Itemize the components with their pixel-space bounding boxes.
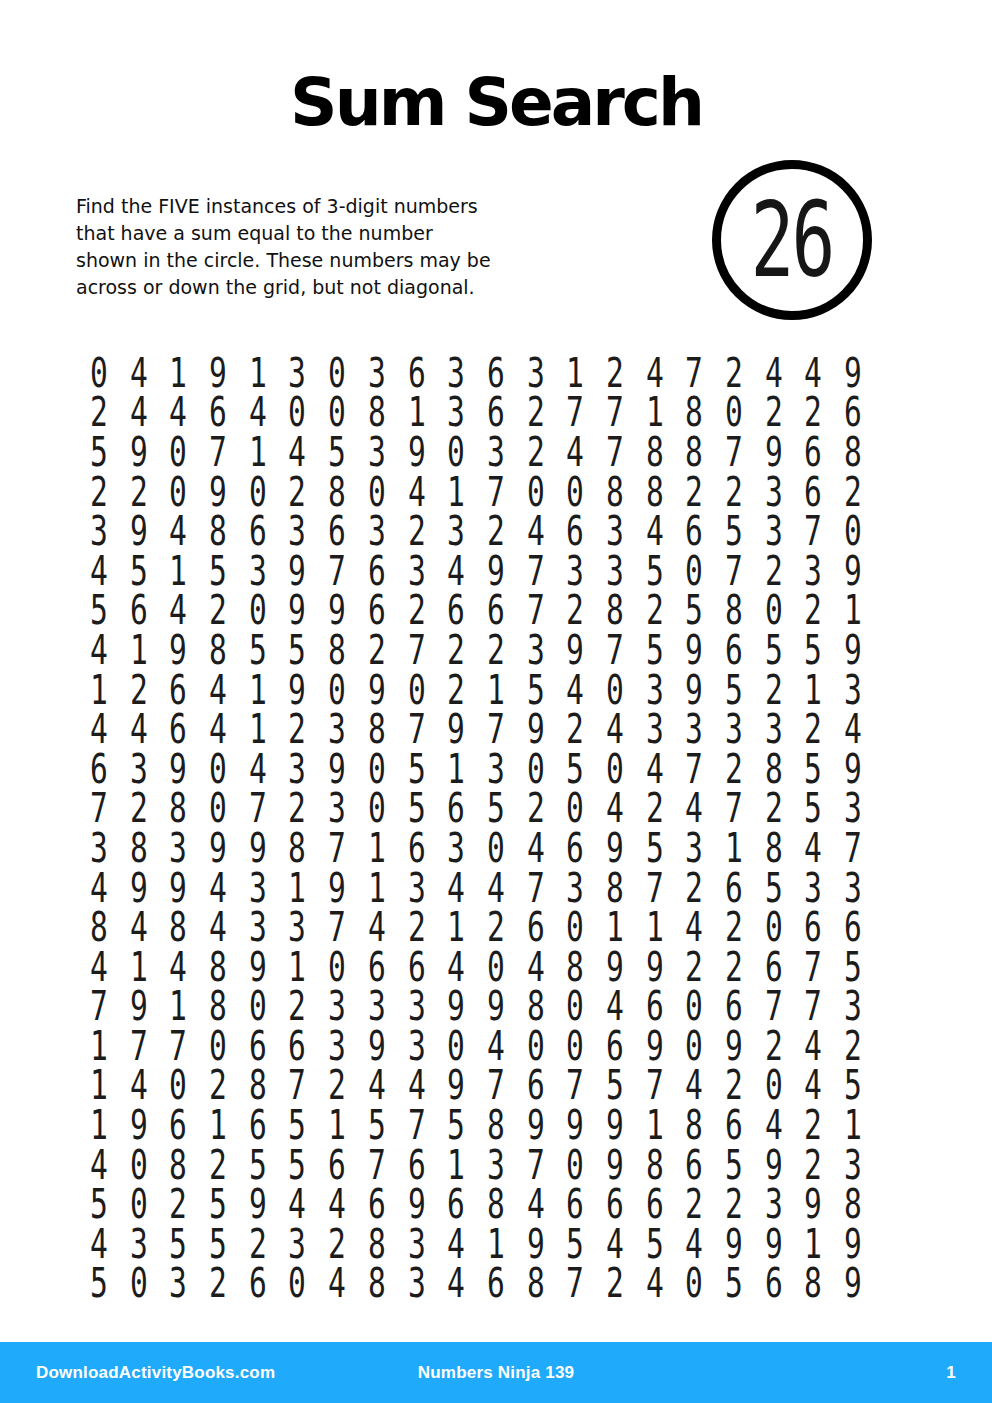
grid-cell: 2	[679, 1184, 708, 1224]
grid-cell: 9	[441, 709, 470, 749]
grid-cell: 4	[84, 1224, 113, 1264]
grid-cell: 6	[838, 907, 867, 947]
grid-cell: 3	[402, 1264, 431, 1304]
grid-cell: 6	[164, 670, 193, 710]
grid-cell: 3	[441, 828, 470, 868]
grid-cell: 9	[679, 630, 708, 670]
grid-cell: 8	[203, 947, 232, 987]
grid-cell: 1	[84, 1105, 113, 1145]
grid-cell: 9	[164, 630, 193, 670]
grid-cell: 9	[521, 1105, 550, 1145]
grid-cell: 4	[799, 353, 828, 393]
grid-cell: 7	[560, 393, 589, 433]
grid-cell: 2	[322, 1224, 351, 1264]
number-grid: 0419130363631247244924464008136277180226…	[79, 353, 873, 1303]
grid-cell: 0	[441, 1026, 470, 1066]
grid-cell: 4	[164, 591, 193, 631]
grid-cell: 1	[441, 472, 470, 512]
grid-cell: 1	[243, 353, 272, 393]
grid-cell: 2	[164, 1184, 193, 1224]
grid-cell: 0	[322, 670, 351, 710]
grid-cell: 4	[640, 1264, 669, 1304]
grid-cell: 2	[600, 1264, 629, 1304]
grid-cell: 9	[362, 670, 391, 710]
grid-cell: 0	[362, 789, 391, 829]
grid-cell: 8	[640, 472, 669, 512]
grid-cell: 1	[441, 1145, 470, 1185]
grid-cell: 2	[402, 591, 431, 631]
grid-cell: 8	[481, 1105, 510, 1145]
grid-cell: 2	[640, 789, 669, 829]
grid-cell: 6	[362, 591, 391, 631]
grid-cell: 8	[362, 1264, 391, 1304]
grid-cell: 1	[640, 1105, 669, 1145]
grid-cell: 5	[600, 1066, 629, 1106]
grid-cell: 6	[124, 591, 153, 631]
grid-cell: 5	[799, 789, 828, 829]
grid-cell: 3	[759, 472, 788, 512]
grid-cell: 0	[124, 1184, 153, 1224]
grid-cell: 4	[283, 1184, 312, 1224]
grid-cell: 0	[322, 947, 351, 987]
grid-cell: 4	[203, 709, 232, 749]
grid-cell: 4	[441, 551, 470, 591]
grid-cell: 5	[203, 1224, 232, 1264]
grid-cell: 9	[600, 828, 629, 868]
grid-cell: 9	[243, 947, 272, 987]
grid-cell: 6	[362, 1184, 391, 1224]
grid-cell: 6	[560, 511, 589, 551]
grid-cell: 6	[679, 511, 708, 551]
grid-cell: 1	[719, 828, 748, 868]
grid-cell: 7	[521, 868, 550, 908]
grid-cell: 0	[362, 749, 391, 789]
grid-cell: 4	[243, 749, 272, 789]
grid-cell: 9	[124, 987, 153, 1027]
grid-cell: 6	[441, 1184, 470, 1224]
grid-cell: 4	[679, 789, 708, 829]
grid-cell: 2	[799, 393, 828, 433]
grid-cell: 0	[560, 987, 589, 1027]
grid-cell: 5	[203, 551, 232, 591]
grid-cell: 4	[84, 947, 113, 987]
grid-cell: 9	[560, 1105, 589, 1145]
grid-cell: 7	[560, 1066, 589, 1106]
grid-cell: 6	[799, 907, 828, 947]
grid-cell: 0	[283, 1264, 312, 1304]
grid-cell: 5	[283, 1145, 312, 1185]
grid-cell: 3	[679, 709, 708, 749]
grid-cell: 6	[164, 1105, 193, 1145]
grid-cell: 2	[203, 1066, 232, 1106]
grid-cell: 6	[521, 1066, 550, 1106]
grid-cell: 8	[481, 1184, 510, 1224]
grid-cell: 1	[84, 670, 113, 710]
grid-cell: 9	[799, 1184, 828, 1224]
grid-cell: 0	[560, 472, 589, 512]
grid-cell: 1	[640, 393, 669, 433]
grid-cell: 8	[362, 709, 391, 749]
grid-cell: 6	[640, 1184, 669, 1224]
grid-cell: 7	[481, 472, 510, 512]
grid-cell: 7	[84, 987, 113, 1027]
grid-cell: 0	[759, 1066, 788, 1106]
grid-cell: 9	[600, 1145, 629, 1185]
grid-cell: 3	[243, 868, 272, 908]
grid-cell: 4	[521, 1184, 550, 1224]
grid-cell: 4	[362, 1066, 391, 1106]
grid-cell: 6	[679, 1145, 708, 1185]
grid-cell: 6	[838, 393, 867, 433]
grid-cell: 7	[402, 630, 431, 670]
grid-cell: 3	[402, 868, 431, 908]
grid-cell: 3	[640, 709, 669, 749]
grid-cell: 5	[441, 1105, 470, 1145]
grid-cell: 2	[679, 947, 708, 987]
grid-cell: 2	[759, 670, 788, 710]
grid-cell: 7	[283, 1066, 312, 1106]
grid-cell: 7	[600, 393, 629, 433]
grid-cell: 6	[719, 1105, 748, 1145]
grid-cell: 3	[402, 987, 431, 1027]
grid-cell: 3	[164, 828, 193, 868]
grid-cell: 6	[441, 789, 470, 829]
grid-cell: 0	[679, 987, 708, 1027]
grid-cell: 3	[322, 709, 351, 749]
grid-cell: 4	[124, 709, 153, 749]
grid-cell: 9	[719, 1224, 748, 1264]
grid-cell: 9	[322, 749, 351, 789]
grid-cell: 0	[759, 907, 788, 947]
grid-cell: 8	[203, 511, 232, 551]
grid-cell: 0	[164, 1066, 193, 1106]
grid-cell: 6	[322, 511, 351, 551]
grid-cell: 5	[124, 551, 153, 591]
grid-cell: 4	[124, 393, 153, 433]
grid-cell: 0	[679, 1026, 708, 1066]
grid-cell: 2	[243, 1224, 272, 1264]
grid-cell: 0	[560, 789, 589, 829]
grid-cell: 7	[124, 1026, 153, 1066]
grid-cell: 5	[838, 1066, 867, 1106]
grid-cell: 5	[243, 1145, 272, 1185]
grid-cell: 7	[799, 947, 828, 987]
grid-cell: 6	[481, 393, 510, 433]
grid-cell: 3	[640, 670, 669, 710]
grid-cell: 5	[283, 1105, 312, 1145]
grid-cell: 0	[124, 1264, 153, 1304]
grid-cell: 9	[203, 472, 232, 512]
grid-cell: 5	[521, 670, 550, 710]
grid-cell: 8	[124, 828, 153, 868]
grid-cell: 4	[600, 987, 629, 1027]
grid-cell: 2	[521, 789, 550, 829]
grid-cell: 9	[838, 749, 867, 789]
grid-cell: 2	[719, 472, 748, 512]
grid-cell: 3	[283, 907, 312, 947]
grid-cell: 4	[124, 353, 153, 393]
grid-cell: 9	[124, 432, 153, 472]
grid-cell: 7	[600, 432, 629, 472]
grid-cell: 5	[719, 1264, 748, 1304]
grid-cell: 0	[600, 670, 629, 710]
grid-cell: 5	[84, 432, 113, 472]
grid-cell: 2	[640, 591, 669, 631]
grid-cell: 9	[402, 1184, 431, 1224]
instruction-line: that have a sum equal to the number	[76, 220, 491, 247]
grid-cell: 3	[322, 987, 351, 1027]
grid-cell: 6	[759, 947, 788, 987]
grid-cell: 7	[679, 353, 708, 393]
instruction-line: Find the FIVE instances of 3-digit numbe…	[76, 193, 491, 220]
grid-cell: 5	[560, 1224, 589, 1264]
grid-cell: 8	[759, 828, 788, 868]
grid-cell: 9	[441, 987, 470, 1027]
grid-cell: 3	[362, 511, 391, 551]
grid-cell: 4	[640, 749, 669, 789]
grid-cell: 1	[600, 907, 629, 947]
grid-cell: 4	[560, 432, 589, 472]
grid-cell: 4	[84, 1145, 113, 1185]
grid-cell: 0	[243, 472, 272, 512]
grid-cell: 1	[203, 1105, 232, 1145]
grid-cell: 5	[759, 630, 788, 670]
grid-cell: 0	[719, 393, 748, 433]
instruction-line: across or down the grid, but not diagona…	[76, 274, 491, 301]
grid-cell: 0	[243, 987, 272, 1027]
grid-cell: 2	[799, 1105, 828, 1145]
grid-cell: 7	[759, 987, 788, 1027]
grid-cell: 0	[243, 591, 272, 631]
grid-cell: 8	[600, 868, 629, 908]
grid-cell: 8	[164, 1145, 193, 1185]
grid-cell: 7	[719, 789, 748, 829]
grid-cell: 3	[838, 1145, 867, 1185]
grid-cell: 1	[560, 353, 589, 393]
grid-cell: 4	[441, 868, 470, 908]
grid-cell: 5	[84, 1184, 113, 1224]
grid-cell: 9	[521, 1224, 550, 1264]
grid-cell: 7	[640, 868, 669, 908]
grid-cell: 3	[322, 1026, 351, 1066]
grid-cell: 5	[759, 868, 788, 908]
grid-cell: 0	[560, 907, 589, 947]
grid-cell: 7	[679, 749, 708, 789]
grid-cell: 0	[441, 432, 470, 472]
grid-cell: 6	[600, 1184, 629, 1224]
grid-cell: 8	[679, 432, 708, 472]
grid-cell: 4	[521, 511, 550, 551]
grid-cell: 7	[322, 551, 351, 591]
grid-cell: 2	[799, 709, 828, 749]
grid-cell: 5	[283, 630, 312, 670]
grid-cell: 3	[600, 511, 629, 551]
grid-cell: 1	[640, 907, 669, 947]
grid-cell: 3	[441, 511, 470, 551]
grid-cell: 1	[838, 591, 867, 631]
grid-cell: 8	[203, 987, 232, 1027]
grid-cell: 3	[799, 551, 828, 591]
grid-cell: 4	[362, 907, 391, 947]
grid-cell: 9	[402, 432, 431, 472]
grid-cell: 3	[283, 1224, 312, 1264]
grid-cell: 4	[124, 1066, 153, 1106]
grid-cell: 4	[481, 868, 510, 908]
grid-cell: 9	[600, 1105, 629, 1145]
grid-cell: 2	[283, 472, 312, 512]
grid-cell: 2	[521, 432, 550, 472]
grid-cell: 4	[203, 670, 232, 710]
grid-cell: 4	[799, 1066, 828, 1106]
grid-cell: 9	[759, 1224, 788, 1264]
grid-cell: 9	[362, 1026, 391, 1066]
grid-cell: 4	[402, 472, 431, 512]
grid-cell: 4	[164, 393, 193, 433]
grid-cell: 7	[362, 1145, 391, 1185]
grid-cell: 2	[799, 591, 828, 631]
grid-cell: 8	[521, 987, 550, 1027]
grid-cell: 8	[84, 907, 113, 947]
grid-cell: 2	[362, 630, 391, 670]
grid-cell: 5	[799, 630, 828, 670]
grid-cell: 0	[84, 353, 113, 393]
grid-cell: 7	[481, 709, 510, 749]
grid-cell: 2	[679, 868, 708, 908]
grid-cell: 4	[84, 709, 113, 749]
grid-cell: 6	[243, 511, 272, 551]
grid-cell: 8	[283, 828, 312, 868]
grid-cell: 9	[640, 1026, 669, 1066]
grid-cell: 9	[283, 591, 312, 631]
grid-cell: 6	[283, 1026, 312, 1066]
grid-cell: 2	[600, 353, 629, 393]
grid-cell: 0	[362, 472, 391, 512]
grid-cell: 1	[838, 1105, 867, 1145]
grid-cell: 1	[124, 630, 153, 670]
grid-cell: 3	[799, 868, 828, 908]
grid-cell: 3	[243, 907, 272, 947]
grid-cell: 9	[640, 947, 669, 987]
grid-cell: 5	[362, 1105, 391, 1145]
instruction-line: shown in the circle. These numbers may b…	[76, 247, 491, 274]
grid-cell: 4	[124, 907, 153, 947]
grid-cell: 1	[164, 551, 193, 591]
grid-cell: 6	[243, 1264, 272, 1304]
grid-cell: 0	[838, 511, 867, 551]
grid-cell: 6	[362, 551, 391, 591]
grid-cell: 7	[402, 709, 431, 749]
grid-cell: 1	[84, 1066, 113, 1106]
grid-cell: 8	[560, 947, 589, 987]
grid-cell: 0	[759, 591, 788, 631]
grid-cell: 4	[759, 353, 788, 393]
grid-cell: 6	[84, 749, 113, 789]
grid-cell: 4	[402, 1066, 431, 1106]
grid-cell: 4	[203, 868, 232, 908]
grid-cell: 9	[164, 749, 193, 789]
grid-cell: 6	[600, 1026, 629, 1066]
grid-cell: 6	[799, 432, 828, 472]
grid-cell: 1	[799, 1224, 828, 1264]
grid-cell: 2	[719, 907, 748, 947]
grid-cell: 5	[719, 511, 748, 551]
grid-cell: 2	[203, 1145, 232, 1185]
grid-cell: 9	[560, 630, 589, 670]
grid-cell: 3	[362, 987, 391, 1027]
grid-cell: 7	[719, 551, 748, 591]
grid-cell: 3	[719, 709, 748, 749]
grid-cell: 4	[283, 432, 312, 472]
grid-cell: 9	[481, 987, 510, 1027]
grid-cell: 7	[521, 591, 550, 631]
grid-cell: 3	[362, 353, 391, 393]
grid-cell: 8	[203, 630, 232, 670]
grid-cell: 8	[243, 1066, 272, 1106]
grid-cell: 2	[322, 1066, 351, 1106]
grid-cell: 5	[838, 947, 867, 987]
grid-cell: 1	[362, 828, 391, 868]
grid-cell: 2	[719, 947, 748, 987]
target-sum-value: 26	[751, 188, 833, 292]
grid-cell: 3	[84, 828, 113, 868]
grid-cell: 9	[679, 670, 708, 710]
grid-cell: 8	[322, 630, 351, 670]
grid-cell: 6	[402, 947, 431, 987]
grid-cell: 9	[322, 868, 351, 908]
grid-cell: 6	[402, 353, 431, 393]
grid-cell: 2	[441, 670, 470, 710]
grid-cell: 5	[203, 1184, 232, 1224]
grid-cell: 7	[640, 1066, 669, 1106]
target-sum-circle: 26	[712, 160, 872, 320]
grid-cell: 4	[84, 630, 113, 670]
grid-cell: 8	[679, 1105, 708, 1145]
grid-cell: 9	[481, 551, 510, 591]
grid-cell: 1	[402, 393, 431, 433]
grid-cell: 5	[322, 432, 351, 472]
grid-cell: 7	[203, 432, 232, 472]
page-title: Sum Search	[0, 64, 992, 141]
grid-cell: 3	[759, 1184, 788, 1224]
grid-cell: 0	[560, 1145, 589, 1185]
grid-cell: 0	[521, 472, 550, 512]
grid-cell: 4	[84, 868, 113, 908]
grid-cell: 8	[164, 789, 193, 829]
grid-cell: 6	[402, 1145, 431, 1185]
grid-cell: 3	[124, 749, 153, 789]
grid-cell: 9	[838, 353, 867, 393]
grid-cell: 6	[719, 987, 748, 1027]
grid-cell: 7	[560, 1264, 589, 1304]
grid-cell: 6	[203, 393, 232, 433]
grid-cell: 1	[283, 868, 312, 908]
grid-cell: 7	[521, 1145, 550, 1185]
grid-cell: 0	[521, 1026, 550, 1066]
grid-cell: 8	[719, 591, 748, 631]
grid-cell: 3	[283, 511, 312, 551]
grid-cell: 5	[640, 551, 669, 591]
grid-cell: 9	[283, 551, 312, 591]
grid-cell: 3	[322, 789, 351, 829]
grid-cell: 3	[838, 789, 867, 829]
grid-cell: 4	[759, 1105, 788, 1145]
grid-cell: 8	[164, 907, 193, 947]
grid-cell: 3	[481, 432, 510, 472]
grid-cell: 3	[441, 393, 470, 433]
grid-cell: 7	[799, 511, 828, 551]
grid-cell: 4	[441, 947, 470, 987]
grid-cell: 2	[203, 591, 232, 631]
